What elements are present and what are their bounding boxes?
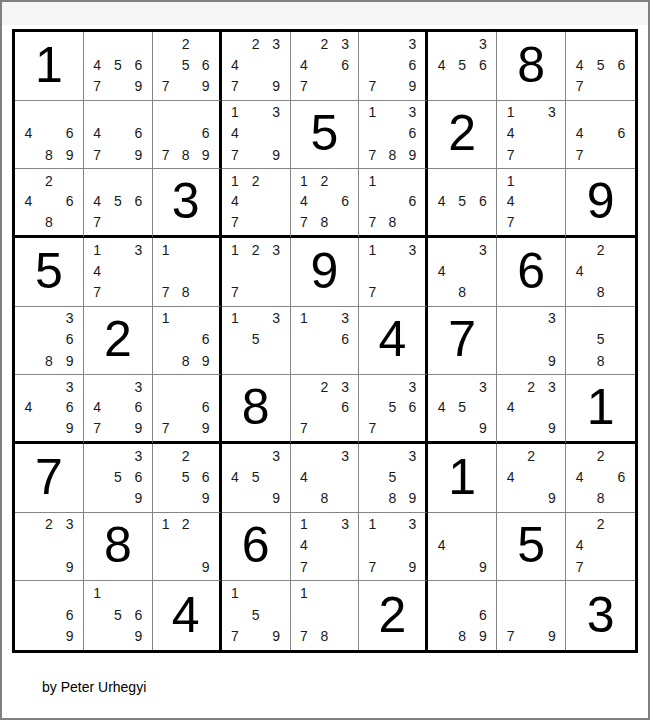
cell-r5c3[interactable]: 1689 [153, 307, 222, 376]
empty-mark [294, 350, 315, 371]
empty-mark [18, 582, 39, 604]
candidate-digit: 6 [611, 54, 632, 75]
cell-r6c8[interactable]: 2349 [497, 375, 566, 444]
empty-mark [156, 123, 176, 144]
empty-mark [500, 417, 521, 438]
empty-mark [452, 535, 473, 556]
cell-r4c1[interactable]: 5 [15, 238, 84, 307]
empty-mark [541, 604, 562, 626]
pencil-marks: 1237 [222, 238, 290, 306]
cell-r6c2[interactable]: 34679 [84, 375, 153, 444]
pencil-marks: 456 [428, 169, 496, 235]
candidate-digit: 9 [128, 75, 149, 96]
empty-mark [196, 260, 216, 281]
cell-r9c2[interactable]: 1569 [84, 581, 153, 650]
candidate-digit: 1 [294, 582, 315, 604]
candidate-digit: 5 [245, 329, 266, 350]
empty-mark [196, 308, 216, 329]
empty-mark [314, 582, 335, 604]
pencil-marks: 1579 [222, 581, 290, 650]
candidate-digit: 4 [431, 260, 452, 281]
cell-r4c4[interactable]: 1237 [222, 238, 291, 307]
cell-r2c1[interactable]: 4689 [15, 101, 84, 170]
empty-mark [196, 445, 216, 466]
cell-r3c8[interactable]: 147 [497, 169, 566, 238]
empty-mark [335, 350, 356, 371]
cell-r5c5[interactable]: 136 [291, 307, 360, 376]
cell-r9c4[interactable]: 1579 [222, 581, 291, 650]
candidate-digit: 9 [266, 144, 287, 165]
candidate-digit: 7 [225, 281, 246, 302]
cell-r8c4[interactable]: 6 [222, 513, 291, 582]
given-digit: 1 [448, 452, 476, 502]
empty-mark [87, 604, 108, 626]
candidate-digit: 3 [128, 445, 149, 466]
given-digit: 4 [172, 590, 200, 640]
empty-mark [569, 281, 590, 302]
cell-r1c9[interactable]: 4567 [566, 32, 635, 101]
candidate-digit: 4 [87, 191, 108, 212]
candidate-digit: 6 [611, 466, 632, 487]
empty-mark [452, 170, 473, 191]
given-digit: 7 [35, 452, 63, 502]
candidate-digit: 3 [59, 514, 80, 535]
empty-mark [431, 75, 452, 96]
cell-r6c5[interactable]: 2367 [291, 375, 360, 444]
author-caption: by Peter Urhegyi [42, 679, 146, 695]
candidate-digit: 3 [335, 308, 356, 329]
candidate-digit: 5 [452, 54, 473, 75]
empty-mark [590, 144, 611, 165]
candidate-digit: 3 [541, 308, 562, 329]
candidate-digit: 4 [500, 466, 521, 487]
empty-mark [108, 33, 129, 54]
empty-mark [128, 33, 149, 54]
candidate-digit: 6 [473, 191, 494, 212]
empty-mark [59, 211, 80, 232]
given-digit: 8 [517, 40, 545, 90]
candidate-digit: 9 [196, 350, 216, 371]
empty-mark [225, 445, 246, 466]
empty-mark [196, 535, 216, 556]
candidate-digit: 9 [59, 625, 80, 647]
candidate-digit: 6 [402, 397, 422, 418]
empty-mark [611, 308, 632, 329]
cell-r4c2[interactable]: 1347 [84, 238, 153, 307]
candidate-digit: 8 [314, 625, 335, 647]
candidate-digit: 1 [225, 582, 246, 604]
candidate-digit: 5 [176, 466, 196, 487]
empty-mark [521, 604, 542, 626]
empty-mark [108, 445, 129, 466]
empty-mark [176, 260, 196, 281]
pencil-marks: 137 [359, 238, 425, 306]
empty-mark [108, 211, 129, 232]
candidate-digit: 8 [382, 211, 402, 232]
empty-mark [452, 556, 473, 577]
candidate-digit: 3 [128, 239, 149, 260]
empty-mark [245, 54, 266, 75]
candidate-digit: 6 [196, 54, 216, 75]
candidate-digit: 6 [59, 397, 80, 418]
empty-mark [335, 604, 356, 626]
candidate-digit: 3 [335, 514, 356, 535]
empty-mark [245, 211, 266, 232]
empty-mark [590, 33, 611, 54]
empty-mark [39, 604, 60, 626]
cell-r2c9[interactable]: 467 [566, 101, 635, 170]
empty-mark [176, 376, 196, 397]
cell-r5c8[interactable]: 39 [497, 307, 566, 376]
empty-mark [128, 170, 149, 191]
empty-mark [108, 625, 129, 647]
empty-mark [245, 281, 266, 302]
candidate-digit: 9 [541, 487, 562, 508]
cell-r1c7[interactable]: 3456 [428, 32, 497, 101]
pencil-marks: 1247 [222, 169, 290, 235]
empty-mark [569, 308, 590, 329]
cell-r7c7[interactable]: 1 [428, 444, 497, 513]
candidate-digit: 9 [196, 556, 216, 577]
empty-mark [314, 466, 335, 487]
empty-mark [156, 350, 176, 371]
empty-mark [382, 535, 402, 556]
empty-mark [382, 376, 402, 397]
cell-r9c6[interactable]: 2 [359, 581, 428, 650]
cell-r8c8[interactable]: 5 [497, 513, 566, 582]
empty-mark [108, 123, 129, 144]
pencil-marks: 3469 [15, 375, 83, 441]
cell-r5c2[interactable]: 2 [84, 307, 153, 376]
cell-r7c2[interactable]: 3569 [84, 444, 153, 513]
empty-mark [335, 211, 356, 232]
pencil-marks: 39 [497, 307, 565, 375]
empty-mark [402, 170, 422, 191]
empty-mark [541, 329, 562, 350]
empty-mark [108, 260, 129, 281]
empty-mark [382, 417, 402, 438]
empty-mark [431, 514, 452, 535]
candidate-digit: 2 [245, 33, 266, 54]
candidate-digit: 5 [108, 191, 129, 212]
cell-r5c6[interactable]: 4 [359, 307, 428, 376]
candidate-digit: 6 [128, 123, 149, 144]
cell-r6c6[interactable]: 3567 [359, 375, 428, 444]
cell-r7c1[interactable]: 7 [15, 444, 84, 513]
candidate-digit: 5 [176, 54, 196, 75]
empty-mark [521, 329, 542, 350]
empty-mark [245, 625, 266, 647]
cell-r2c5[interactable]: 5 [291, 101, 360, 170]
empty-mark [521, 582, 542, 604]
cell-r8c5[interactable]: 1347 [291, 513, 360, 582]
empty-mark [500, 487, 521, 508]
cell-r5c9[interactable]: 58 [566, 307, 635, 376]
empty-mark [18, 329, 39, 350]
cell-r7c6[interactable]: 3589 [359, 444, 428, 513]
candidate-digit: 4 [294, 535, 315, 556]
pencil-marks: 2468 [15, 169, 83, 235]
cell-r3c2[interactable]: 4567 [84, 169, 153, 238]
cell-r1c5[interactable]: 23467 [291, 32, 360, 101]
empty-mark [382, 556, 402, 577]
cell-r9c7[interactable]: 689 [428, 581, 497, 650]
candidate-digit: 8 [39, 350, 60, 371]
cell-r7c8[interactable]: 249 [497, 444, 566, 513]
candidate-digit: 2 [39, 170, 60, 191]
candidate-digit: 2 [245, 170, 266, 191]
cell-r3c6[interactable]: 1678 [359, 169, 428, 238]
candidate-digit: 9 [473, 417, 494, 438]
empty-mark [196, 376, 216, 397]
empty-mark [569, 329, 590, 350]
empty-mark [266, 466, 287, 487]
empty-mark [156, 466, 176, 487]
empty-mark [500, 350, 521, 371]
empty-mark [314, 417, 335, 438]
empty-mark [590, 260, 611, 281]
cell-r1c8[interactable]: 8 [497, 32, 566, 101]
candidate-digit: 4 [500, 191, 521, 212]
cell-r8c7[interactable]: 49 [428, 513, 497, 582]
empty-mark [294, 445, 315, 466]
candidate-digit: 7 [294, 625, 315, 647]
pencil-marks: 4689 [15, 101, 83, 169]
empty-mark [500, 445, 521, 466]
candidate-digit: 7 [362, 556, 382, 577]
empty-mark [382, 260, 402, 281]
cell-r8c3[interactable]: 129 [153, 513, 222, 582]
cell-r3c7[interactable]: 456 [428, 169, 497, 238]
empty-mark [521, 417, 542, 438]
candidate-digit: 4 [294, 54, 315, 75]
cell-r1c2[interactable]: 45679 [84, 32, 153, 101]
cell-r9c3[interactable]: 4 [153, 581, 222, 650]
cell-r9c5[interactable]: 178 [291, 581, 360, 650]
empty-mark [431, 239, 452, 260]
cell-r2c8[interactable]: 1347 [497, 101, 566, 170]
empty-mark [128, 260, 149, 281]
cell-r8c1[interactable]: 239 [15, 513, 84, 582]
pencil-marks: 136 [291, 307, 359, 375]
cell-r8c6[interactable]: 1379 [359, 513, 428, 582]
cell-r1c1[interactable]: 1 [15, 32, 84, 101]
given-digit: 1 [587, 382, 615, 432]
cell-r4c6[interactable]: 137 [359, 238, 428, 307]
pencil-marks: 3679 [359, 32, 425, 100]
empty-mark [402, 281, 422, 302]
empty-mark [402, 211, 422, 232]
empty-mark [402, 417, 422, 438]
cell-r7c9[interactable]: 2468 [566, 444, 635, 513]
empty-mark [431, 211, 452, 232]
empty-mark [521, 397, 542, 418]
empty-mark [335, 625, 356, 647]
candidate-digit: 9 [59, 417, 80, 438]
candidate-digit: 5 [245, 604, 266, 626]
cell-r7c3[interactable]: 2569 [153, 444, 222, 513]
cell-r6c3[interactable]: 679 [153, 375, 222, 444]
pencil-marks: 689 [428, 581, 496, 650]
candidate-digit: 3 [541, 376, 562, 397]
empty-mark [473, 582, 494, 604]
empty-mark [59, 535, 80, 556]
candidate-digit: 7 [500, 625, 521, 647]
candidate-digit: 7 [225, 75, 246, 96]
cell-r3c4[interactable]: 1247 [222, 169, 291, 238]
empty-mark [382, 281, 402, 302]
candidate-digit: 6 [402, 123, 422, 144]
candidate-digit: 1 [225, 308, 246, 329]
candidate-digit: 6 [128, 191, 149, 212]
empty-mark [176, 487, 196, 508]
given-digit: 5 [311, 108, 339, 158]
candidate-digit: 3 [402, 445, 422, 466]
cell-r8c2[interactable]: 8 [84, 513, 153, 582]
cell-r2c4[interactable]: 13479 [222, 101, 291, 170]
candidate-digit: 3 [402, 102, 422, 123]
empty-mark [87, 376, 108, 397]
cell-r4c9[interactable]: 248 [566, 238, 635, 307]
empty-mark [196, 102, 216, 123]
empty-mark [362, 466, 382, 487]
cell-r5c1[interactable]: 3689 [15, 307, 84, 376]
cell-r4c8[interactable]: 6 [497, 238, 566, 307]
pencil-marks: 135 [222, 307, 290, 375]
candidate-digit: 9 [402, 556, 422, 577]
candidate-digit: 6 [335, 329, 356, 350]
empty-mark [521, 487, 542, 508]
cell-r2c7[interactable]: 2 [428, 101, 497, 170]
candidate-digit: 7 [569, 75, 590, 96]
cell-r1c4[interactable]: 23479 [222, 32, 291, 101]
empty-mark [245, 308, 266, 329]
empty-mark [294, 604, 315, 626]
empty-mark [473, 211, 494, 232]
candidate-digit: 4 [87, 397, 108, 418]
pencil-marks: 124678 [291, 169, 359, 235]
cell-r7c5[interactable]: 348 [291, 444, 360, 513]
pencil-marks: 239 [15, 513, 83, 581]
empty-mark [452, 211, 473, 232]
cell-r2c2[interactable]: 4679 [84, 101, 153, 170]
pencil-marks: 25679 [153, 32, 219, 100]
empty-mark [18, 514, 39, 535]
empty-mark [314, 535, 335, 556]
candidate-digit: 1 [87, 582, 108, 604]
empty-mark [18, 211, 39, 232]
cell-r6c4[interactable]: 8 [222, 375, 291, 444]
empty-mark [569, 487, 590, 508]
cell-r4c5[interactable]: 9 [291, 238, 360, 307]
pencil-marks: 1379 [359, 513, 425, 581]
pencil-marks: 136789 [359, 101, 425, 169]
cell-r6c9[interactable]: 1 [566, 375, 635, 444]
cell-r4c7[interactable]: 348 [428, 238, 497, 307]
cell-r9c8[interactable]: 79 [497, 581, 566, 650]
candidate-digit: 6 [196, 466, 216, 487]
empty-mark [611, 239, 632, 260]
given-digit: 2 [448, 108, 476, 158]
empty-mark [473, 514, 494, 535]
pencil-marks: 2367 [291, 375, 359, 441]
candidate-digit: 5 [590, 329, 611, 350]
cell-r6c7[interactable]: 3459 [428, 375, 497, 444]
empty-mark [611, 556, 632, 577]
empty-mark [128, 211, 149, 232]
empty-mark [87, 102, 108, 123]
candidate-digit: 7 [156, 281, 176, 302]
cell-r4c3[interactable]: 178 [153, 238, 222, 307]
candidate-digit: 1 [87, 239, 108, 260]
cell-r5c4[interactable]: 135 [222, 307, 291, 376]
empty-mark [225, 350, 246, 371]
candidate-digit: 7 [87, 144, 108, 165]
given-digit: 2 [104, 314, 132, 364]
candidate-digit: 7 [362, 281, 382, 302]
cell-r2c3[interactable]: 6789 [153, 101, 222, 170]
empty-mark [382, 54, 402, 75]
empty-mark [128, 102, 149, 123]
empty-mark [611, 487, 632, 508]
cell-r9c1[interactable]: 69 [15, 581, 84, 650]
given-digit: 9 [311, 246, 339, 296]
candidate-digit: 1 [294, 514, 315, 535]
empty-mark [473, 260, 494, 281]
cell-r1c6[interactable]: 3679 [359, 32, 428, 101]
empty-mark [314, 604, 335, 626]
candidate-digit: 7 [156, 417, 176, 438]
cell-r7c4[interactable]: 3459 [222, 444, 291, 513]
empty-mark [108, 239, 129, 260]
empty-mark [128, 582, 149, 604]
given-digit: 7 [448, 314, 476, 364]
empty-mark [590, 102, 611, 123]
cell-r1c3[interactable]: 25679 [153, 32, 222, 101]
cell-r3c3[interactable]: 3 [153, 169, 222, 238]
empty-mark [156, 397, 176, 418]
pencil-marks: 23467 [291, 32, 359, 100]
empty-mark [314, 445, 335, 466]
cell-r8c9[interactable]: 247 [566, 513, 635, 582]
empty-mark [362, 260, 382, 281]
candidate-digit: 1 [362, 514, 382, 535]
empty-mark [541, 445, 562, 466]
empty-mark [431, 170, 452, 191]
pencil-marks: 178 [291, 581, 359, 650]
empty-mark [39, 329, 60, 350]
empty-mark [39, 123, 60, 144]
empty-mark [452, 376, 473, 397]
pencil-marks: 23479 [222, 32, 290, 100]
cell-r6c1[interactable]: 3469 [15, 375, 84, 444]
candidate-digit: 8 [590, 487, 611, 508]
candidate-digit: 4 [87, 54, 108, 75]
pencil-marks: 3569 [84, 444, 152, 512]
candidate-digit: 9 [59, 556, 80, 577]
cell-r3c9[interactable]: 9 [566, 169, 635, 238]
cell-r5c7[interactable]: 7 [428, 307, 497, 376]
empty-mark [521, 211, 542, 232]
cell-r3c1[interactable]: 2468 [15, 169, 84, 238]
empty-mark [335, 170, 356, 191]
empty-mark [335, 556, 356, 577]
cell-r3c5[interactable]: 124678 [291, 169, 360, 238]
candidate-digit: 3 [266, 33, 287, 54]
cell-r9c9[interactable]: 3 [566, 581, 635, 650]
cell-r2c6[interactable]: 136789 [359, 101, 428, 170]
empty-mark [473, 535, 494, 556]
